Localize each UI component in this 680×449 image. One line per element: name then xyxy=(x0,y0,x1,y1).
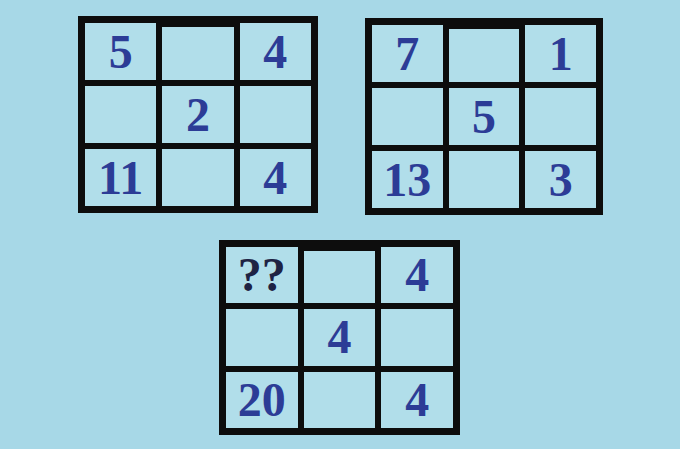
grid3-cell-r2c3 xyxy=(381,309,453,365)
grid1-cell-r2c1 xyxy=(85,86,156,143)
grid3-cell-r3c1: 20 xyxy=(226,372,298,428)
grid2-cell-r3c1: 13 xyxy=(372,151,443,208)
grid1-cell-r1c2 xyxy=(162,23,233,80)
grid1-cell-r3c3: 4 xyxy=(240,149,311,206)
grid3-cell-r1c3: 4 xyxy=(381,247,453,303)
grid2-cell-r3c3: 3 xyxy=(525,151,596,208)
grid3-cell-r1c2 xyxy=(304,247,376,303)
grid2-cell-r2c2: 5 xyxy=(449,88,520,145)
grid1-cell-r3c2 xyxy=(162,149,233,206)
grid3-cell-r2c1 xyxy=(226,309,298,365)
grid3-cell-r1c1-unknown: ?? xyxy=(226,247,298,303)
puzzle-grid-3: ?? 4 4 20 4 xyxy=(219,240,460,435)
grid2-cell-r1c3: 1 xyxy=(525,25,596,82)
grid1-cell-r1c1: 5 xyxy=(85,23,156,80)
grid2-cell-r2c3 xyxy=(525,88,596,145)
grid3-cell-r3c2 xyxy=(304,372,376,428)
grid2-cell-r2c1 xyxy=(372,88,443,145)
grid1-cell-r3c1: 11 xyxy=(85,149,156,206)
grid1-cell-r2c2: 2 xyxy=(162,86,233,143)
puzzle-grid-2: 7 1 5 13 3 xyxy=(365,18,603,215)
grid3-cell-r3c3: 4 xyxy=(381,372,453,428)
grid2-cell-r3c2 xyxy=(449,151,520,208)
puzzle-grid-1: 5 4 2 11 4 xyxy=(78,16,318,213)
grid2-cell-r1c1: 7 xyxy=(372,25,443,82)
grid2-cell-r1c2 xyxy=(449,25,520,82)
grid1-cell-r1c3: 4 xyxy=(240,23,311,80)
grid3-cell-r2c2: 4 xyxy=(304,309,376,365)
grid1-cell-r2c3 xyxy=(240,86,311,143)
